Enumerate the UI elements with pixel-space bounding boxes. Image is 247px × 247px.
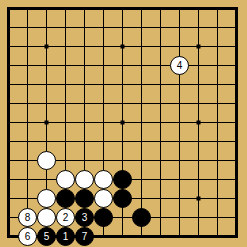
stone-black-e1[interactable]: 7 — [75, 227, 94, 246]
move-number-label: 5 — [44, 232, 50, 242]
stones-layer: 48236517 — [0, 0, 246, 246]
stone-black-e3[interactable] — [75, 189, 94, 208]
stone-white-d2[interactable]: 2 — [56, 208, 75, 227]
stone-white-c2[interactable] — [37, 208, 56, 227]
stone-white-f4[interactable] — [94, 170, 113, 189]
stone-white-k10[interactable]: 4 — [170, 56, 189, 75]
stone-black-c1[interactable]: 5 — [37, 227, 56, 246]
move-number-label: 8 — [25, 213, 31, 223]
stone-black-h2[interactable] — [132, 208, 151, 227]
stone-black-g3[interactable] — [113, 189, 132, 208]
stone-black-g4[interactable] — [113, 170, 132, 189]
stone-black-d1[interactable]: 1 — [56, 227, 75, 246]
stone-black-d3[interactable] — [56, 189, 75, 208]
move-number-label: 7 — [82, 232, 88, 242]
move-number-label: 2 — [63, 213, 69, 223]
move-number-label: 3 — [82, 213, 88, 223]
stone-white-e4[interactable] — [75, 170, 94, 189]
move-number-label: 4 — [177, 61, 183, 71]
stone-white-f3[interactable] — [94, 189, 113, 208]
stone-white-b2[interactable]: 8 — [18, 208, 37, 227]
go-board[interactable]: 48236517 — [0, 0, 247, 247]
stone-black-f2[interactable] — [94, 208, 113, 227]
stone-white-c3[interactable] — [37, 189, 56, 208]
move-number-label: 6 — [25, 232, 31, 242]
stone-white-b1[interactable]: 6 — [18, 227, 37, 246]
move-number-label: 1 — [63, 232, 69, 242]
stone-white-d4[interactable] — [56, 170, 75, 189]
stone-white-c5[interactable] — [37, 151, 56, 170]
stone-black-e2[interactable]: 3 — [75, 208, 94, 227]
